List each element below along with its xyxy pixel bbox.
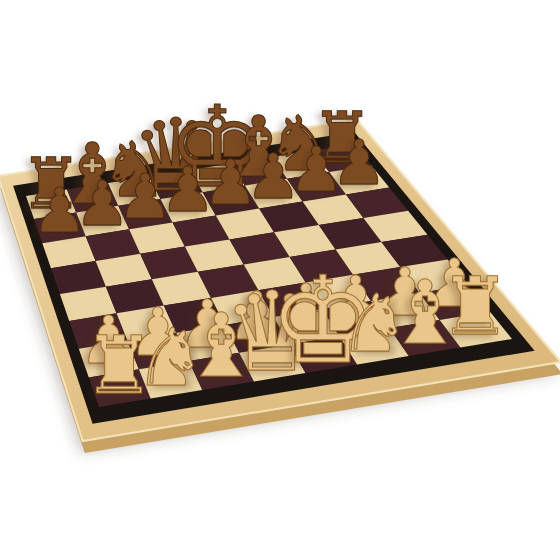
photo-stage: ♜♝♞♛♚♝♞♜♟♟♟♟♟♟♟♟♟♟♟♟♟♟♟♟♜♞♝♛♚♞♝♜ [0,0,560,560]
piece-black-pawn-h7[interactable]: ♟ [331,132,387,194]
piece-white-rook-h1[interactable]: ♜ [440,267,512,347]
